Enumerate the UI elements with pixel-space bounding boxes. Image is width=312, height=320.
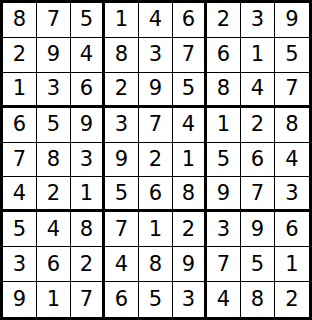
cell-r5c2: 8 xyxy=(37,143,71,178)
cell-r9c8: 8 xyxy=(241,282,275,317)
cell-r2c5: 3 xyxy=(139,38,173,73)
cell-r8c9: 1 xyxy=(275,247,309,282)
cell-r4c2: 5 xyxy=(37,108,71,143)
cell-r3c1: 1 xyxy=(3,73,37,108)
sudoku-board: 8751462392948376151362958476593741287839… xyxy=(0,0,312,320)
cell-r3c6: 5 xyxy=(173,73,207,108)
cell-r8c8: 5 xyxy=(241,247,275,282)
cell-r2c6: 7 xyxy=(173,38,207,73)
cell-r6c6: 8 xyxy=(173,177,207,212)
cell-r2c4: 8 xyxy=(105,38,139,73)
cell-r7c5: 1 xyxy=(139,212,173,247)
cell-r9c6: 3 xyxy=(173,282,207,317)
cell-r8c4: 4 xyxy=(105,247,139,282)
cell-r8c2: 6 xyxy=(37,247,71,282)
cell-r9c7: 4 xyxy=(207,282,241,317)
cell-r5c3: 3 xyxy=(71,143,105,178)
cell-r2c9: 5 xyxy=(275,38,309,73)
cell-r7c1: 5 xyxy=(3,212,37,247)
cell-r3c5: 9 xyxy=(139,73,173,108)
cell-r7c9: 6 xyxy=(275,212,309,247)
cell-r8c1: 3 xyxy=(3,247,37,282)
cell-r1c4: 1 xyxy=(105,3,139,38)
cell-r4c7: 1 xyxy=(207,108,241,143)
cell-r1c7: 2 xyxy=(207,3,241,38)
cell-r9c5: 5 xyxy=(139,282,173,317)
cell-r6c5: 6 xyxy=(139,177,173,212)
cell-r2c7: 6 xyxy=(207,38,241,73)
cell-r1c2: 7 xyxy=(37,3,71,38)
cell-r3c9: 7 xyxy=(275,73,309,108)
cell-r5c8: 6 xyxy=(241,143,275,178)
cell-r6c9: 3 xyxy=(275,177,309,212)
cell-r1c8: 3 xyxy=(241,3,275,38)
cell-r9c1: 9 xyxy=(3,282,37,317)
cell-r5c6: 1 xyxy=(173,143,207,178)
cell-r2c8: 1 xyxy=(241,38,275,73)
cell-r1c9: 9 xyxy=(275,3,309,38)
cell-r3c2: 3 xyxy=(37,73,71,108)
cell-r7c8: 9 xyxy=(241,212,275,247)
cell-r9c9: 2 xyxy=(275,282,309,317)
cell-r7c4: 7 xyxy=(105,212,139,247)
cell-r4c8: 2 xyxy=(241,108,275,143)
cell-r2c1: 2 xyxy=(3,38,37,73)
cell-r3c3: 6 xyxy=(71,73,105,108)
cell-r9c3: 7 xyxy=(71,282,105,317)
cell-r1c5: 4 xyxy=(139,3,173,38)
cell-r8c6: 9 xyxy=(173,247,207,282)
cell-r6c3: 1 xyxy=(71,177,105,212)
cell-r4c3: 9 xyxy=(71,108,105,143)
cell-r4c4: 3 xyxy=(105,108,139,143)
cell-r6c8: 7 xyxy=(241,177,275,212)
cell-r1c3: 5 xyxy=(71,3,105,38)
cell-r6c1: 4 xyxy=(3,177,37,212)
cell-r7c2: 4 xyxy=(37,212,71,247)
cell-r3c8: 4 xyxy=(241,73,275,108)
cell-r3c4: 2 xyxy=(105,73,139,108)
cell-r4c5: 7 xyxy=(139,108,173,143)
cell-r3c7: 8 xyxy=(207,73,241,108)
cell-r1c1: 8 xyxy=(3,3,37,38)
cell-r5c5: 2 xyxy=(139,143,173,178)
cell-r8c5: 8 xyxy=(139,247,173,282)
cell-r7c3: 8 xyxy=(71,212,105,247)
cell-r6c7: 9 xyxy=(207,177,241,212)
cell-r5c4: 9 xyxy=(105,143,139,178)
cell-r7c7: 3 xyxy=(207,212,241,247)
cell-r8c3: 2 xyxy=(71,247,105,282)
cell-r8c7: 7 xyxy=(207,247,241,282)
cell-r9c4: 6 xyxy=(105,282,139,317)
cell-r2c2: 9 xyxy=(37,38,71,73)
cell-r1c6: 6 xyxy=(173,3,207,38)
cell-r9c2: 1 xyxy=(37,282,71,317)
cell-r7c6: 2 xyxy=(173,212,207,247)
cell-r4c6: 4 xyxy=(173,108,207,143)
cell-r4c1: 6 xyxy=(3,108,37,143)
cell-r2c3: 4 xyxy=(71,38,105,73)
cell-r6c4: 5 xyxy=(105,177,139,212)
cell-r5c7: 5 xyxy=(207,143,241,178)
cell-r4c9: 8 xyxy=(275,108,309,143)
cell-r5c9: 4 xyxy=(275,143,309,178)
cell-r6c2: 2 xyxy=(37,177,71,212)
cell-r5c1: 7 xyxy=(3,143,37,178)
